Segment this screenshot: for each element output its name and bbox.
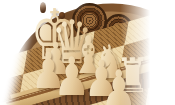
chess-set-product-photo[interactable]: ♚♛♝♞♜♟♟♟♟♟ [0,0,175,105]
white-fade-top [0,0,80,4]
white-fade-right [120,0,175,105]
white-queen-finial-icon [59,12,65,19]
